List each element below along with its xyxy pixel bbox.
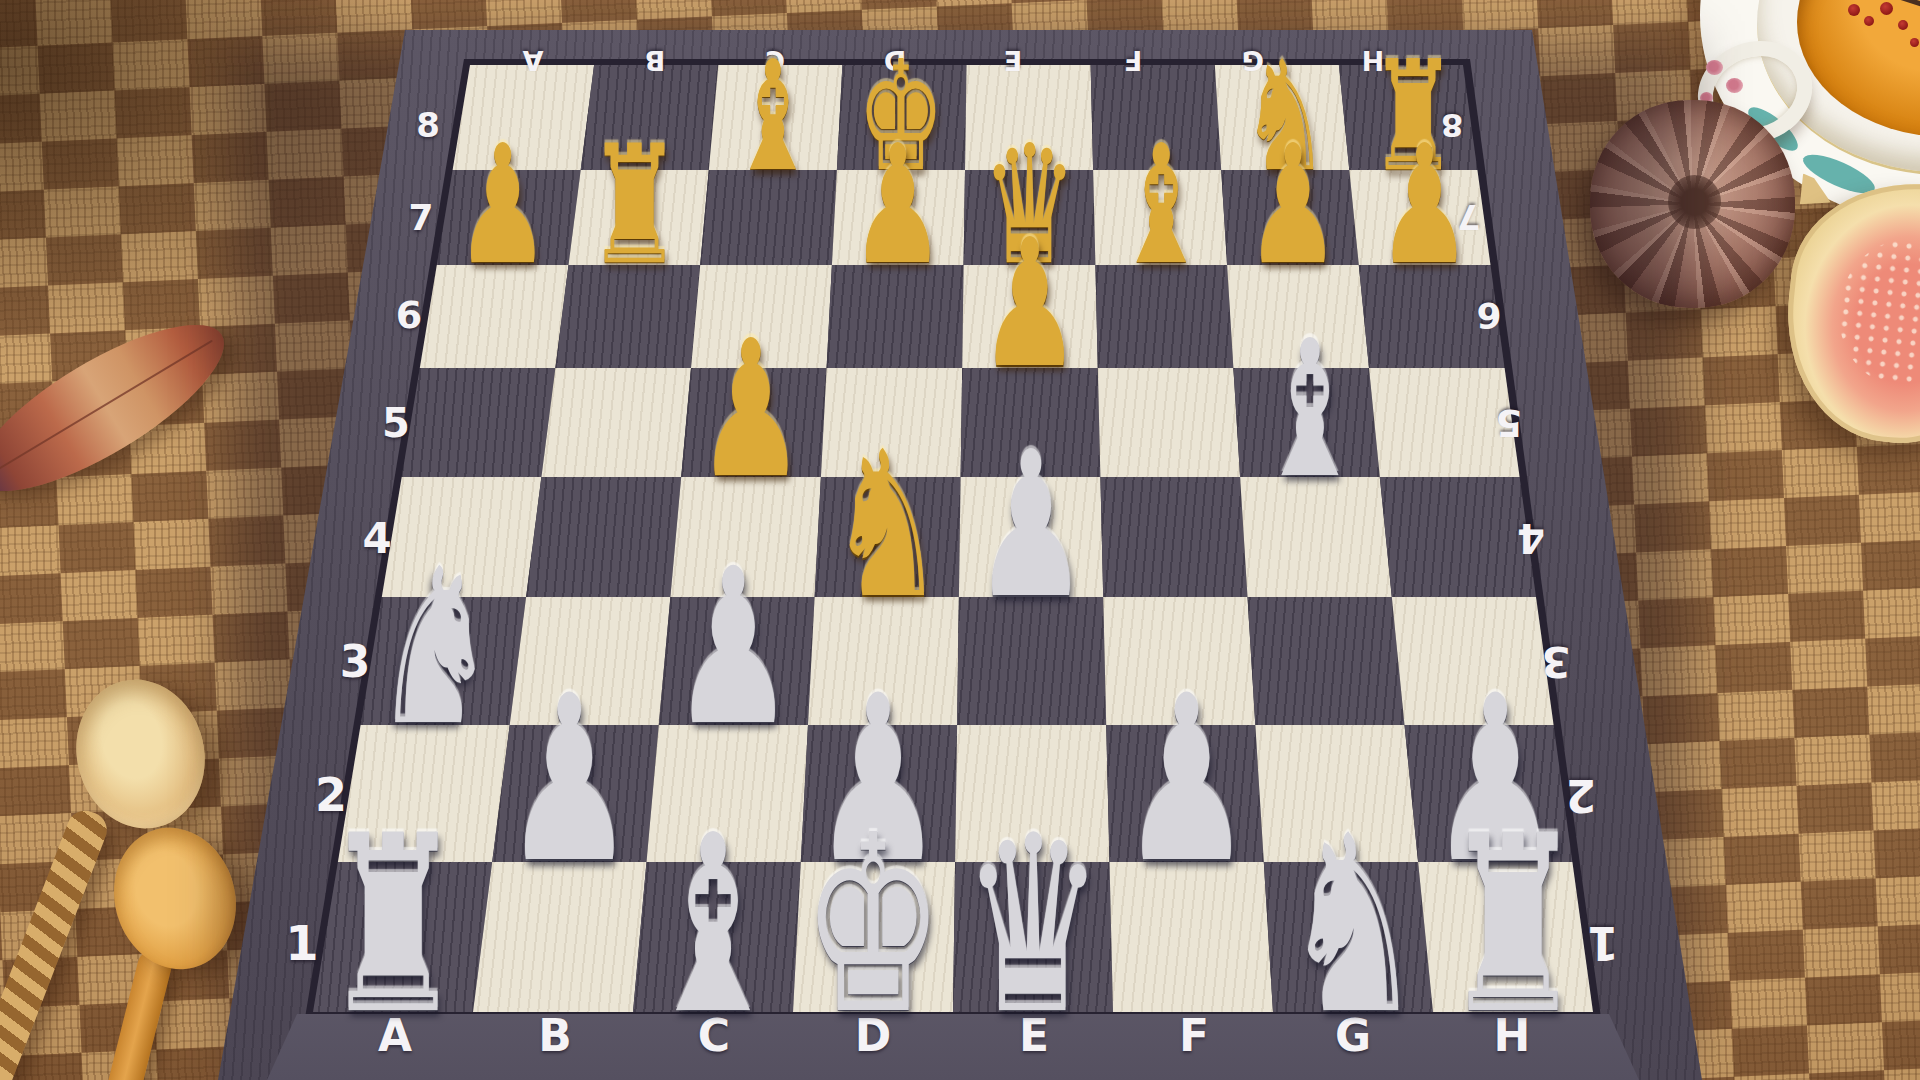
berry <box>1898 20 1908 30</box>
piece-silver-rook-a1[interactable]: ♜ <box>235 802 551 1047</box>
rank-label-right-4: 4 <box>1517 515 1545 561</box>
rose-motif <box>1726 78 1743 93</box>
berry <box>1880 2 1893 15</box>
piece-silver-bishop-g5[interactable]: ♝ <box>1188 315 1432 504</box>
file-label-top-f: F <box>1124 45 1142 76</box>
piece-gold-rook-b7[interactable]: ♜ <box>528 124 740 288</box>
rose-motif <box>1706 60 1723 75</box>
rank-label-left-5: 5 <box>382 400 410 446</box>
file-label-top-b: B <box>645 45 666 76</box>
rank-label-right-5: 5 <box>1496 401 1522 445</box>
rank-label-right-6: 6 <box>1476 295 1501 336</box>
chess-app-screen: ABCDEFGHABCDEFGH8765432187654321 ♝♚♞♜♟♜♟… <box>0 0 1920 1080</box>
piece-silver-rook-h1[interactable]: ♜ <box>1355 802 1671 1047</box>
piece-silver-queen-e1[interactable]: ♛ <box>875 802 1191 1047</box>
rank-label-left-6: 6 <box>396 293 422 337</box>
file-label-top-e: E <box>1004 45 1022 76</box>
piece-gold-pawn-e6[interactable]: ♟ <box>916 216 1144 393</box>
piece-silver-pawn-e4[interactable]: ♟ <box>901 424 1161 626</box>
berry <box>1848 4 1860 16</box>
berry <box>1864 16 1874 26</box>
berry <box>1910 38 1919 47</box>
file-label-top-a: A <box>523 45 544 76</box>
piece-gold-pawn-h7[interactable]: ♟ <box>1319 124 1531 288</box>
